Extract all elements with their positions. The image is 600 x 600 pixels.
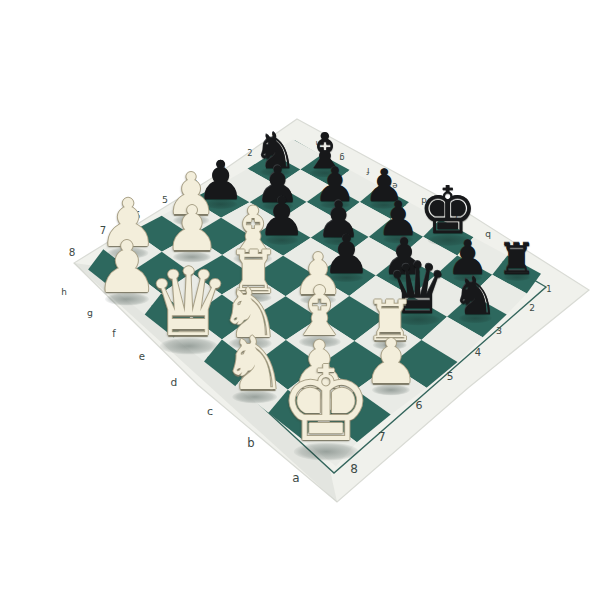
rank-label-right-4: 4 xyxy=(475,347,481,358)
file-label-bottom-h: h xyxy=(61,287,67,297)
rank-label-right-7: 7 xyxy=(378,430,385,444)
rank-label-right-6: 6 xyxy=(416,399,423,412)
file-label-bottom-b: b xyxy=(247,436,254,450)
file-label-bottom-e: e xyxy=(139,351,145,362)
file-label-bottom-g: g xyxy=(87,307,93,318)
rank-label-right-2: 2 xyxy=(529,303,535,313)
file-label-bottom-a: a xyxy=(292,471,299,485)
piece-white-knight-c8[interactable]: ♞ xyxy=(221,327,287,401)
rank-label-right-5: 5 xyxy=(447,370,454,382)
rank-label-right-1: 1 xyxy=(546,284,551,294)
file-label-bottom-d: d xyxy=(171,376,178,389)
piece-white-king-a8[interactable]: ♚ xyxy=(279,351,372,455)
piece-black-knight-a3[interactable]: ♞ xyxy=(452,270,499,322)
rank-label-left-8: 8 xyxy=(69,246,76,258)
file-label-bottom-c: c xyxy=(207,405,213,418)
rank-label-left-2: 2 xyxy=(247,148,252,158)
chess-product-photo: 11aa22bb33cc44dd55ee66ff77gg88hh♞♝♟♟♟♟♟♟… xyxy=(0,0,600,600)
piece-white-queen-e8[interactable]: ♛ xyxy=(146,256,230,350)
file-label-bottom-f: f xyxy=(112,328,115,339)
piece-black-rook-a1[interactable]: ♜ xyxy=(497,238,536,281)
